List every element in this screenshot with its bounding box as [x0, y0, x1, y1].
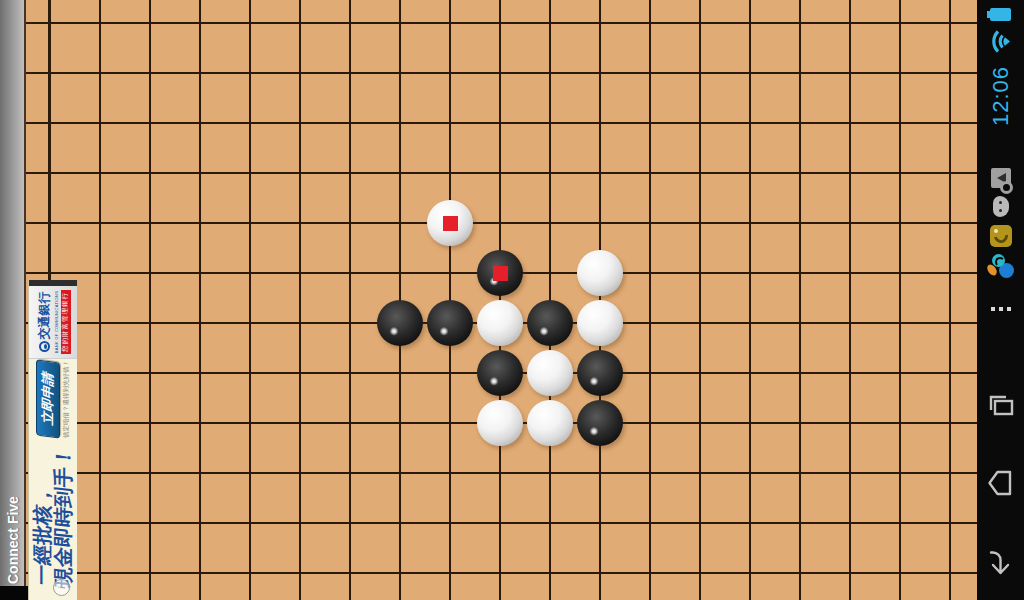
- ad-button-block: 立即申請 借定唔借？還得到先好借！: [36, 360, 71, 438]
- recent-apps-icon: [983, 387, 1019, 423]
- bank-logo-block: 交通銀行 BANK OF COMMUNICATIONS 您的財富管理銀行: [29, 286, 77, 359]
- bank-logo-row: 交通銀行: [36, 292, 53, 353]
- android-robot-notification-icon[interactable]: [993, 196, 1009, 217]
- system-bar: 12:06: [977, 0, 1024, 600]
- yellow-app-notification-icon[interactable]: [990, 225, 1012, 247]
- ad-headline: 一經批核， 現金即時到手！: [32, 444, 74, 588]
- bank-logo-icon: [39, 342, 50, 353]
- home-icon: [983, 465, 1019, 501]
- battery-icon: [990, 8, 1011, 21]
- ad-disclaimer: 借定唔借？還得到先好借！: [62, 360, 71, 438]
- menu-overflow-icon[interactable]: [991, 307, 1011, 311]
- ad-headline-line1: 一經批核，: [32, 444, 53, 586]
- bird-app-notification-icon[interactable]: [988, 253, 1014, 279]
- back-button[interactable]: [983, 544, 1019, 580]
- ad-headline-line2: 現金即時到手！: [53, 446, 74, 588]
- ad-info-icon[interactable]: i: [53, 579, 70, 596]
- home-button[interactable]: [983, 465, 1019, 501]
- screen: Connect Five 一經批核， 現金即時到手！ 立即申請 借定唔借？還得到…: [0, 0, 1024, 600]
- ad-banner[interactable]: 一經批核， 現金即時到手！ 立即申請 借定唔借？還得到先好借！ 交通銀行 BAN…: [28, 280, 76, 600]
- ad-end-cap: [29, 280, 77, 286]
- bank-tagline: 您的財富管理銀行: [61, 290, 71, 354]
- app-title-wrap: Connect Five: [0, 472, 26, 588]
- ad-apply-button[interactable]: 立即申請: [36, 359, 60, 438]
- recents-button[interactable]: [983, 387, 1019, 423]
- bank-name-english: BANK OF COMMUNICATIONS: [54, 291, 59, 353]
- left-strip-bottom-corner: [0, 586, 28, 600]
- wifi-icon: [989, 29, 1012, 54]
- back-icon: [983, 544, 1019, 580]
- game-board[interactable]: [26, 0, 977, 600]
- bank-name: 交通銀行: [36, 292, 53, 340]
- status-clock[interactable]: 12:06: [988, 66, 1014, 126]
- ad-banner-content[interactable]: 一經批核， 現金即時到手！ 立即申請 借定唔借？還得到先好借！ 交通銀行 BAN…: [28, 280, 77, 600]
- screenshot-notification-icon[interactable]: [991, 168, 1011, 188]
- app-title: Connect Five: [0, 468, 26, 588]
- system-bar-content: 12:06: [977, 0, 1024, 600]
